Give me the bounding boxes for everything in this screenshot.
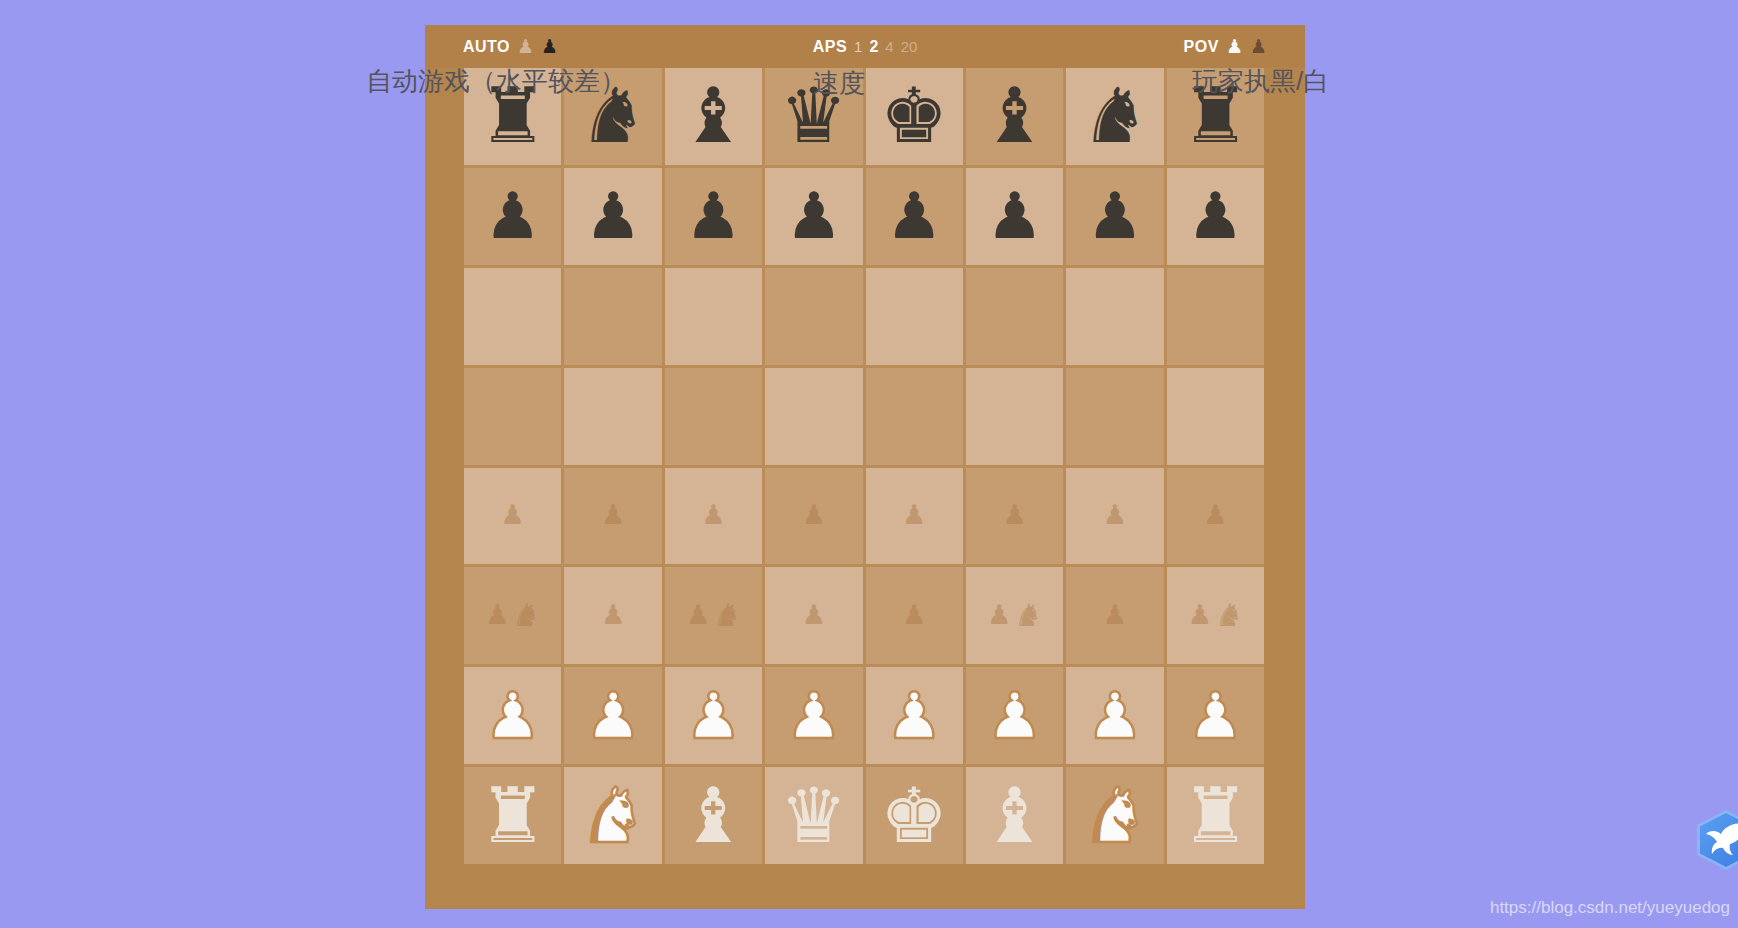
black-pawn-piece[interactable]: ♟ <box>584 184 641 248</box>
square-d6[interactable] <box>765 268 862 365</box>
move-hint-group: ♟ <box>902 602 926 629</box>
square-f3[interactable]: ♟♞ <box>966 567 1063 664</box>
square-b3[interactable]: ♟ <box>564 567 661 664</box>
auto-black-pawn-icon[interactable]: ♟ <box>541 37 558 56</box>
white-pawn-piece[interactable]: ♟ <box>986 684 1043 748</box>
white-knight-piece[interactable]: ♞ <box>579 778 647 854</box>
black-pawn-piece[interactable]: ♟ <box>685 184 742 248</box>
square-f7[interactable]: ♟ <box>966 168 1063 265</box>
square-e1[interactable]: ♚ <box>866 767 963 864</box>
square-e3[interactable]: ♟ <box>866 567 963 664</box>
square-c4[interactable]: ♟ <box>665 468 762 565</box>
move-hint-group: ♟ <box>601 502 625 529</box>
square-h2[interactable]: ♟ <box>1167 667 1264 764</box>
move-hint-pawn-icon: ♟ <box>485 602 509 629</box>
move-hint-knight-icon: ♞ <box>713 600 741 631</box>
white-king-piece[interactable]: ♚ <box>880 778 948 854</box>
move-hint-group: ♟♞ <box>686 600 741 631</box>
black-bishop-piece[interactable]: ♝ <box>980 78 1048 154</box>
square-b2[interactable]: ♟ <box>564 667 661 764</box>
move-hint-group: ♟ <box>1203 502 1227 529</box>
chess-board: ♜♞♝♛♚♝♞♜♟♟♟♟♟♟♟♟♟♟♟♟♟♟♟♟♟♞♟♟♞♟♟♟♞♟♟♞♟♟♟♟… <box>464 68 1264 864</box>
annotation-speed: 速度 <box>813 66 865 101</box>
aps-option-2[interactable]: 2 <box>869 38 878 56</box>
move-hint-group: ♟ <box>701 502 725 529</box>
square-a3[interactable]: ♟♞ <box>464 567 561 664</box>
square-b5[interactable] <box>564 368 661 465</box>
square-g1[interactable]: ♞ <box>1066 767 1163 864</box>
aps-option-1[interactable]: 1 <box>854 38 862 55</box>
square-a7[interactable]: ♟ <box>464 168 561 265</box>
black-pawn-piece[interactable]: ♟ <box>886 184 943 248</box>
move-hint-group: ♟♞ <box>1188 600 1243 631</box>
white-rook-piece[interactable]: ♜ <box>1181 778 1249 854</box>
square-e6[interactable] <box>866 268 963 365</box>
auto-white-pawn-icon[interactable]: ♟ <box>517 37 534 56</box>
move-hint-pawn-icon: ♟ <box>902 502 926 529</box>
square-f2[interactable]: ♟ <box>966 667 1063 764</box>
square-f1[interactable]: ♝ <box>966 767 1063 864</box>
square-e2[interactable]: ♟ <box>866 667 963 764</box>
white-pawn-piece[interactable]: ♟ <box>484 684 541 748</box>
move-hint-group: ♟ <box>601 602 625 629</box>
square-c1[interactable]: ♝ <box>665 767 762 864</box>
move-hint-knight-icon: ♞ <box>1215 600 1243 631</box>
square-c2[interactable]: ♟ <box>665 667 762 764</box>
square-d1[interactable]: ♛ <box>765 767 862 864</box>
square-h5[interactable] <box>1167 368 1264 465</box>
move-hint-pawn-icon: ♟ <box>501 502 525 529</box>
square-g8[interactable]: ♞ <box>1066 68 1163 165</box>
black-pawn-piece[interactable]: ♟ <box>1086 184 1143 248</box>
move-hint-pawn-icon: ♟ <box>601 602 625 629</box>
aps-option-4[interactable]: 4 <box>885 38 893 55</box>
black-pawn-piece[interactable]: ♟ <box>1187 184 1244 248</box>
move-hint-pawn-icon: ♟ <box>701 502 725 529</box>
move-hint-group: ♟ <box>802 602 826 629</box>
square-f5[interactable] <box>966 368 1063 465</box>
move-hint-pawn-icon: ♟ <box>1188 602 1212 629</box>
square-c3[interactable]: ♟♞ <box>665 567 762 664</box>
square-a5[interactable] <box>464 368 561 465</box>
move-hint-group: ♟♞ <box>485 600 540 631</box>
move-hint-group: ♟♞ <box>987 600 1042 631</box>
auto-label: AUTO <box>463 38 510 56</box>
pov-black-pawn-icon[interactable]: ♟ <box>1250 37 1267 56</box>
hummingbird-icon <box>1705 822 1738 858</box>
move-hint-pawn-icon: ♟ <box>1203 502 1227 529</box>
square-g5[interactable] <box>1066 368 1163 465</box>
square-c5[interactable] <box>665 368 762 465</box>
top-bar: AUTO ♟ ♟ APS 1 2 4 20 POV ♟ ♟ <box>425 25 1305 68</box>
square-a1[interactable]: ♜ <box>464 767 561 864</box>
square-e8[interactable]: ♚ <box>866 68 963 165</box>
square-c7[interactable]: ♟ <box>665 168 762 265</box>
square-g2[interactable]: ♟ <box>1066 667 1163 764</box>
square-e7[interactable]: ♟ <box>866 168 963 265</box>
square-h6[interactable] <box>1167 268 1264 365</box>
square-a6[interactable] <box>464 268 561 365</box>
move-hint-group: ♟ <box>1002 502 1026 529</box>
black-pawn-piece[interactable]: ♟ <box>785 184 842 248</box>
square-h4[interactable]: ♟ <box>1167 468 1264 565</box>
move-hint-pawn-icon: ♟ <box>1002 502 1026 529</box>
auto-controls: AUTO ♟ ♟ <box>463 37 558 56</box>
square-h3[interactable]: ♟♞ <box>1167 567 1264 664</box>
move-hint-group: ♟ <box>802 502 826 529</box>
square-d5[interactable] <box>765 368 862 465</box>
move-hint-pawn-icon: ♟ <box>1103 602 1127 629</box>
square-c8[interactable]: ♝ <box>665 68 762 165</box>
square-d3[interactable]: ♟ <box>765 567 862 664</box>
move-hint-group: ♟ <box>501 502 525 529</box>
square-c6[interactable] <box>665 268 762 365</box>
square-f4[interactable]: ♟ <box>966 468 1063 565</box>
move-hint-pawn-icon: ♟ <box>1103 502 1127 529</box>
move-hint-group: ♟ <box>1103 602 1127 629</box>
move-hint-pawn-icon: ♟ <box>987 602 1011 629</box>
black-knight-piece[interactable]: ♞ <box>1081 78 1149 154</box>
square-f6[interactable] <box>966 268 1063 365</box>
pov-controls: POV ♟ ♟ <box>1184 37 1267 56</box>
white-pawn-piece[interactable]: ♟ <box>685 684 742 748</box>
square-b4[interactable]: ♟ <box>564 468 661 565</box>
square-b6[interactable] <box>564 268 661 365</box>
square-g7[interactable]: ♟ <box>1066 168 1163 265</box>
square-b7[interactable]: ♟ <box>564 168 661 265</box>
annotation-auto-play: 自动游戏（水平较差） <box>366 64 626 99</box>
move-hint-knight-icon: ♞ <box>1014 600 1042 631</box>
move-hint-group: ♟ <box>902 502 926 529</box>
square-h7[interactable]: ♟ <box>1167 168 1264 265</box>
square-g6[interactable] <box>1066 268 1163 365</box>
square-h1[interactable]: ♜ <box>1167 767 1264 864</box>
move-hint-pawn-icon: ♟ <box>686 602 710 629</box>
annotation-pov: 玩家执黑/白 <box>1192 64 1329 99</box>
square-d4[interactable]: ♟ <box>765 468 862 565</box>
move-hint-group: ♟ <box>1103 502 1127 529</box>
aps-option-20[interactable]: 20 <box>901 38 918 55</box>
square-d2[interactable]: ♟ <box>765 667 862 764</box>
move-hint-pawn-icon: ♟ <box>802 502 826 529</box>
move-hint-pawn-icon: ♟ <box>802 602 826 629</box>
white-bishop-piece[interactable]: ♝ <box>679 778 747 854</box>
square-a4[interactable]: ♟ <box>464 468 561 565</box>
white-queen-piece[interactable]: ♛ <box>780 778 848 854</box>
square-g4[interactable]: ♟ <box>1066 468 1163 565</box>
white-pawn-piece[interactable]: ♟ <box>785 684 842 748</box>
move-hint-knight-icon: ♞ <box>512 600 540 631</box>
download-extension-badge[interactable] <box>1697 810 1738 870</box>
aps-label: APS <box>813 38 847 56</box>
move-hint-pawn-icon: ♟ <box>601 502 625 529</box>
square-b1[interactable]: ♞ <box>564 767 661 864</box>
move-hint-pawn-icon: ♟ <box>902 602 926 629</box>
black-bishop-piece[interactable]: ♝ <box>679 78 747 154</box>
watermark-url: https://blog.csdn.net/yueyuedog <box>1490 898 1730 918</box>
white-knight-piece[interactable]: ♞ <box>1081 778 1149 854</box>
square-a2[interactable]: ♟ <box>464 667 561 764</box>
pov-label: POV <box>1184 38 1219 56</box>
white-pawn-piece[interactable]: ♟ <box>1086 684 1143 748</box>
black-king-piece[interactable]: ♚ <box>880 78 948 154</box>
square-e4[interactable]: ♟ <box>866 468 963 565</box>
white-bishop-piece[interactable]: ♝ <box>980 778 1048 854</box>
black-pawn-piece[interactable]: ♟ <box>986 184 1043 248</box>
square-f8[interactable]: ♝ <box>966 68 1063 165</box>
square-d7[interactable]: ♟ <box>765 168 862 265</box>
chess-app-window: AUTO ♟ ♟ APS 1 2 4 20 POV ♟ ♟ ♜♞♝♛♚♝♞♜♟♟… <box>425 25 1305 909</box>
white-pawn-piece[interactable]: ♟ <box>1187 684 1244 748</box>
aps-controls: APS 1 2 4 20 <box>813 25 918 68</box>
square-e5[interactable] <box>866 368 963 465</box>
white-pawn-piece[interactable]: ♟ <box>886 684 943 748</box>
white-rook-piece[interactable]: ♜ <box>479 778 547 854</box>
pov-white-pawn-icon[interactable]: ♟ <box>1226 37 1243 56</box>
square-g3[interactable]: ♟ <box>1066 567 1163 664</box>
white-pawn-piece[interactable]: ♟ <box>584 684 641 748</box>
black-pawn-piece[interactable]: ♟ <box>484 184 541 248</box>
